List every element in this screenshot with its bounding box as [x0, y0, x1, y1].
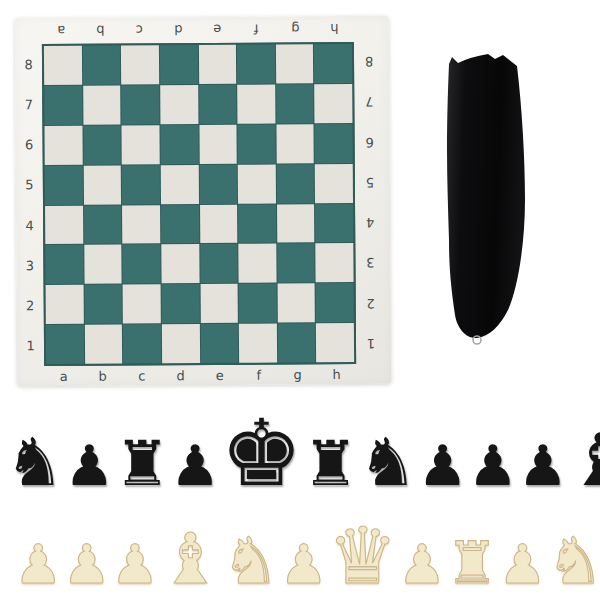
square-e6: [199, 125, 237, 164]
coord-label: 5: [16, 165, 43, 205]
black-pawn: ♟: [170, 438, 220, 494]
square-a2: [46, 285, 84, 324]
square-c8: [121, 45, 159, 84]
black-pieces-row: ♞♟♜♟♚♜♞♟♟♟♝♛♝♟♟♟: [5, 408, 595, 500]
square-b5: [83, 165, 121, 204]
coord-label: 4: [355, 203, 385, 243]
square-f2: [239, 284, 277, 323]
coord-label: 7: [354, 82, 384, 122]
coord-label: d: [161, 365, 200, 385]
black-knight: ♞: [5, 430, 64, 496]
coord-label: 3: [355, 243, 385, 283]
square-b7: [83, 85, 121, 124]
square-c1: [123, 324, 161, 363]
coord-label: f: [239, 364, 278, 384]
square-c2: [123, 285, 161, 324]
square-a3: [45, 245, 83, 284]
square-h1: [316, 323, 354, 362]
black-bishop: ♝: [568, 424, 600, 496]
square-d8: [160, 45, 198, 84]
square-f4: [238, 204, 276, 243]
white-pawn: ♟: [62, 538, 110, 592]
square-h6: [315, 124, 353, 163]
square-g6: [276, 124, 314, 163]
square-a1: [46, 325, 84, 364]
square-c3: [123, 245, 161, 284]
coord-label: a: [42, 18, 81, 44]
square-e7: [199, 85, 237, 124]
square-h8: [314, 44, 352, 83]
ranks-right: 87654321: [354, 42, 386, 364]
square-c5: [122, 165, 160, 204]
square-a8: [44, 46, 82, 85]
coord-label: 1: [17, 326, 44, 366]
coord-label: 2: [356, 283, 386, 323]
coord-label: 6: [15, 125, 42, 165]
coord-label: 8: [15, 44, 42, 84]
coord-label: a: [44, 366, 83, 386]
square-e3: [200, 244, 238, 283]
coord-label: e: [198, 17, 237, 43]
chess-mat: abcdefgh abcdefgh 87654321 87654321: [15, 16, 392, 387]
coord-label: 6: [354, 122, 384, 162]
square-h3: [316, 243, 354, 282]
square-f1: [239, 324, 277, 363]
coord-label: b: [81, 18, 120, 44]
square-d6: [160, 125, 198, 164]
square-f5: [238, 164, 276, 203]
bag-body: [447, 54, 525, 338]
square-a5: [45, 165, 83, 204]
square-f6: [238, 124, 276, 163]
coord-label: c: [122, 365, 161, 385]
white-knight: ♞: [222, 529, 279, 593]
square-b4: [84, 205, 122, 244]
coord-label: b: [83, 366, 122, 386]
coord-label: 1: [356, 323, 386, 363]
black-pawn: ♟: [518, 438, 568, 494]
ranks-left: 87654321: [15, 44, 44, 366]
black-rook: ♜: [114, 433, 170, 495]
square-d3: [161, 244, 199, 283]
white-pawn: ♟: [111, 538, 159, 592]
white-pawn: ♟: [14, 538, 62, 592]
square-h4: [315, 203, 353, 242]
square-h5: [315, 164, 353, 203]
square-g8: [276, 44, 314, 83]
square-a4: [45, 205, 83, 244]
square-d1: [162, 324, 200, 363]
square-f7: [237, 84, 275, 123]
files-top: abcdefgh: [42, 16, 354, 44]
white-bishop: ♝: [159, 524, 222, 594]
square-e2: [200, 284, 238, 323]
white-pawn: ♟: [398, 538, 446, 592]
square-e1: [200, 324, 238, 363]
chess-board: [42, 42, 356, 366]
square-h7: [315, 84, 353, 123]
square-c4: [122, 205, 160, 244]
square-e8: [198, 45, 236, 84]
square-a6: [44, 126, 82, 165]
square-b6: [83, 125, 121, 164]
coord-label: 8: [354, 42, 384, 82]
square-b8: [83, 46, 121, 85]
square-c7: [121, 85, 159, 124]
square-h2: [316, 283, 354, 322]
square-g2: [277, 283, 315, 322]
square-d5: [161, 165, 199, 204]
black-pawn: ♟: [64, 438, 114, 494]
square-a7: [44, 86, 82, 125]
black-pawn: ♟: [417, 438, 467, 494]
storage-bag: [438, 48, 538, 348]
coord-label: e: [200, 365, 239, 385]
coord-label: 4: [16, 205, 43, 245]
white-queen: ♛: [328, 517, 398, 595]
white-rook: ♜: [446, 534, 498, 592]
white-knight: ♞: [547, 529, 600, 593]
black-pawn: ♟: [468, 438, 518, 494]
square-e4: [200, 204, 238, 243]
square-g5: [276, 164, 314, 203]
coord-label: d: [159, 17, 198, 43]
black-rook: ♜: [303, 433, 359, 495]
square-f3: [238, 244, 276, 283]
coord-label: h: [315, 16, 354, 42]
square-g7: [276, 84, 314, 123]
coord-label: g: [276, 16, 315, 42]
square-e5: [199, 164, 237, 203]
white-pawn: ♟: [279, 538, 327, 592]
square-b1: [84, 325, 122, 364]
coord-label: c: [120, 17, 159, 43]
square-g3: [277, 244, 315, 283]
files-bottom: abcdefgh: [44, 364, 356, 386]
white-pieces-row: ♟♟♟♝♞♟♛♟♜♟♞♟♝♟♚♜: [14, 500, 584, 598]
square-b2: [84, 285, 122, 324]
coord-label: 5: [355, 162, 385, 202]
square-b3: [84, 245, 122, 284]
coord-label: 7: [15, 84, 42, 124]
black-knight: ♞: [358, 430, 417, 496]
square-g4: [277, 204, 315, 243]
square-d2: [161, 284, 199, 323]
coord-label: h: [317, 364, 356, 384]
coord-label: g: [278, 364, 317, 384]
white-pawn: ♟: [498, 538, 546, 592]
square-d7: [160, 85, 198, 124]
square-g1: [278, 323, 316, 362]
coord-label: 3: [16, 245, 43, 285]
square-c6: [122, 125, 160, 164]
square-f8: [237, 44, 275, 83]
coord-label: 2: [17, 286, 44, 326]
coord-label: f: [237, 16, 276, 42]
product-photo: abcdefgh abcdefgh 87654321 87654321 ♞♟♜♟…: [0, 0, 600, 600]
square-d4: [161, 205, 199, 244]
black-king: ♚: [220, 408, 302, 500]
